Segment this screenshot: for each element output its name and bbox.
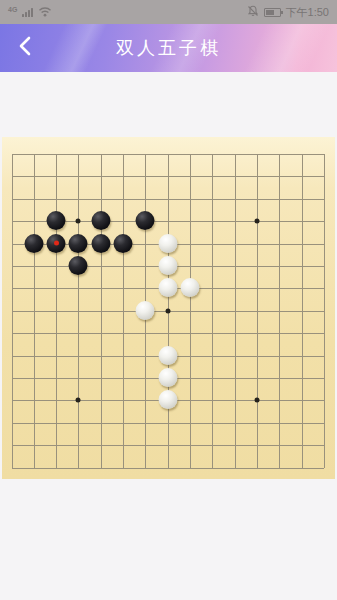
grid-line [279,154,280,468]
signal-bars-icon [22,7,33,17]
status-bar-right: 下午1:50 [247,3,329,21]
white-stone [158,391,177,410]
black-stone [69,256,88,275]
battery-icon [264,8,281,17]
white-stone [158,234,177,253]
white-stone [181,279,200,298]
app-header: 双人五子棋 [0,24,337,72]
star-point [76,398,81,403]
black-stone [69,234,88,253]
star-point [255,398,260,403]
board[interactable] [2,137,335,479]
grid-line [12,333,325,334]
black-stone [91,234,110,253]
white-stone [158,346,177,365]
black-stone [47,211,66,230]
back-button[interactable] [8,24,44,72]
grid-line [190,154,191,468]
star-point [255,219,260,224]
grid-line [235,154,236,468]
grid-line [324,154,325,468]
back-chevron-icon [16,34,36,62]
black-stone [136,211,155,230]
black-stone [114,234,133,253]
black-stone [24,234,43,253]
status-bar: 4G 下午1:5 [0,0,337,24]
grid-line [302,154,303,468]
page-title: 双人五子棋 [0,24,337,72]
black-stone [47,234,66,253]
grid-line [257,154,258,468]
grid-line [12,445,325,446]
bell-slash-icon [247,3,259,21]
grid-line [12,468,325,469]
star-point [165,308,170,313]
grid-line [212,154,213,468]
clock-label: 下午1:50 [286,5,329,20]
white-stone [158,256,177,275]
status-bar-left: 4G [8,3,52,21]
white-stone [136,301,155,320]
star-point [76,219,81,224]
phone-screen: 4G 下午1:5 [0,0,337,600]
wifi-icon [38,3,52,21]
black-stone [91,211,110,230]
last-move-marker [54,241,59,246]
white-stone [158,368,177,387]
network-type-label: 4G [8,6,17,13]
white-stone [158,279,177,298]
grid-line [12,423,325,424]
